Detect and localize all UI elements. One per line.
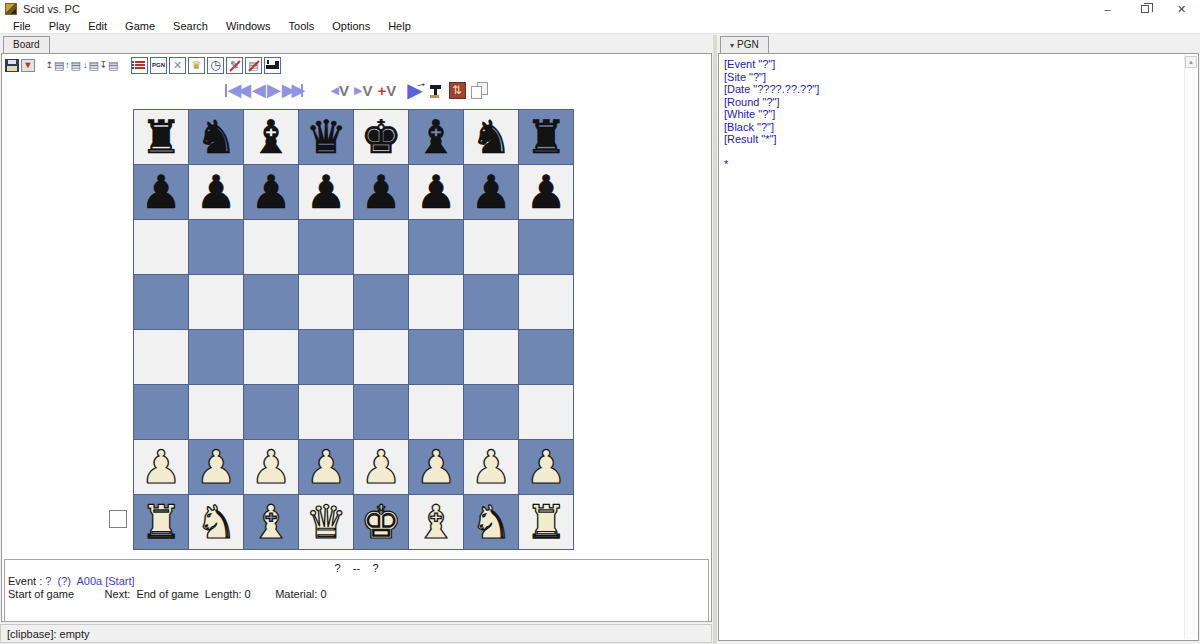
app-icon — [5, 3, 17, 15]
menu-bar: FilePlayEditGameSearchWindowsToolsOption… — [0, 18, 1200, 34]
square-b1[interactable]: ♞ — [189, 495, 243, 549]
back-icon: ◀ — [252, 81, 262, 99]
game-list-icon — [135, 60, 145, 70]
square-g2[interactable]: ♟ — [464, 440, 518, 494]
square-b6[interactable] — [189, 220, 243, 274]
piece-black-pawn-b7: ♟ — [195, 165, 236, 219]
game-info-panel[interactable]: ? -- ? Event : ? (?) A00a [Start] Start … — [4, 559, 709, 622]
collapse-icon: ▾ — [730, 41, 734, 50]
square-d6[interactable] — [299, 220, 353, 274]
square-e8[interactable]: ♚ — [354, 110, 408, 164]
square-g7[interactable]: ♟ — [464, 165, 518, 219]
menu-item-options[interactable]: Options — [323, 19, 379, 33]
pgn-text[interactable]: [Event "?"][Site "?"][Date "????.??.??"]… — [719, 54, 1198, 146]
square-f2[interactable]: ♟ — [409, 440, 463, 494]
square-a5[interactable] — [134, 275, 188, 329]
square-g1[interactable]: ♞ — [464, 495, 518, 549]
first-game-button[interactable]: ↥▤ — [47, 58, 63, 72]
copy-board-button[interactable] — [471, 82, 488, 99]
square-d3[interactable] — [299, 385, 353, 439]
square-h3[interactable] — [519, 385, 573, 439]
square-e4[interactable] — [354, 330, 408, 384]
tab-board[interactable]: Board — [3, 36, 50, 53]
square-c1[interactable]: ♝ — [244, 495, 298, 549]
save-button[interactable] — [5, 57, 19, 73]
square-a7[interactable]: ♟ — [134, 165, 188, 219]
analysis-engine-icon — [266, 60, 279, 71]
autoplay-button[interactable]: ▶→ — [407, 80, 422, 100]
event-label: Event : — [8, 575, 45, 587]
pgn-tag-line: [Black "?"] — [724, 121, 1198, 134]
square-b5[interactable] — [189, 275, 243, 329]
chess-board: ♜♞♝♛♚♝♞♜♟♟♟♟♟♟♟♟♟♟♟♟♟♟♟♟♜♞♝♛♚♝♞♜ — [133, 109, 574, 550]
close-button[interactable]: ✕ — [1163, 0, 1200, 18]
square-e5[interactable] — [354, 275, 408, 329]
exit-variation-button[interactable]: ◀V — [330, 83, 348, 98]
goto-end-button[interactable]: ▶▶ — [282, 81, 304, 99]
square-a3[interactable] — [134, 385, 188, 439]
save-icon — [5, 59, 19, 72]
square-a6[interactable] — [134, 220, 188, 274]
piece-white-pawn-b2: ♟ — [195, 440, 236, 494]
square-f3[interactable] — [409, 385, 463, 439]
pgn-tag-line: [White "?"] — [724, 108, 1198, 121]
square-a2[interactable]: ♟ — [134, 440, 188, 494]
square-f6[interactable] — [409, 220, 463, 274]
side-to-move-indicator — [109, 510, 127, 528]
add-variation-icon: + — [377, 83, 386, 98]
piece-white-knight-b1: ♞ — [195, 495, 236, 549]
pgn-pane-content: [Event "?"][Site "?"][Date "????.??.??"]… — [718, 53, 1199, 641]
pgn-window-icon: PGN — [152, 62, 165, 68]
first-game-icon: ▤ — [54, 59, 64, 72]
square-e3[interactable] — [354, 385, 408, 439]
square-g4[interactable] — [464, 330, 518, 384]
event-link[interactable]: ? (?) A00a [Start] — [45, 575, 134, 587]
piece-white-pawn-g2: ♟ — [470, 440, 511, 494]
square-c8[interactable]: ♝ — [244, 110, 298, 164]
game-detail-line: Start of game Next: End of game Length: … — [5, 587, 708, 600]
pgn-tag-line: [Site "?"] — [724, 71, 1198, 84]
crosstable-icon: ♛ — [192, 59, 202, 72]
piece-black-pawn-f7: ♟ — [415, 165, 456, 219]
square-a8[interactable]: ♜ — [134, 110, 188, 164]
square-b8[interactable]: ♞ — [189, 110, 243, 164]
square-f4[interactable] — [409, 330, 463, 384]
comment-editor-button[interactable]: ✕ — [169, 57, 186, 74]
pgn-tag-line: [Result "*"] — [724, 133, 1198, 146]
menu-item-search[interactable]: Search — [164, 19, 217, 33]
restore-icon — [1141, 5, 1149, 13]
menu-item-game[interactable]: Game — [116, 19, 164, 33]
menu-item-play[interactable]: Play — [40, 19, 79, 33]
forward-icon: ▶ — [267, 81, 277, 99]
square-e7[interactable]: ♟ — [354, 165, 408, 219]
pgn-tag-line: [Event "?"] — [724, 58, 1198, 71]
square-c3[interactable] — [244, 385, 298, 439]
goto-start-button[interactable]: ◀◀ — [225, 81, 247, 99]
square-h1[interactable]: ♜ — [519, 495, 573, 549]
piece-white-pawn-f2: ♟ — [415, 440, 456, 494]
piece-black-pawn-e7: ♟ — [360, 165, 401, 219]
goto-end-icon: ▶▶ — [282, 81, 302, 99]
square-g3[interactable] — [464, 385, 518, 439]
square-a4[interactable] — [134, 330, 188, 384]
square-c4[interactable] — [244, 330, 298, 384]
exit-variation-icon: ◀ — [330, 85, 338, 96]
enter-variation-button[interactable]: ▶V — [354, 83, 372, 98]
crosstable-button[interactable]: ♛ — [188, 57, 205, 74]
piece-black-pawn-a7: ♟ — [140, 165, 181, 219]
square-d4[interactable] — [299, 330, 353, 384]
window-controls: – ✕ — [1089, 0, 1200, 18]
square-h4[interactable] — [519, 330, 573, 384]
annotate-button[interactable]: ✎ — [226, 57, 243, 74]
import-icon: ▼ — [21, 59, 35, 72]
piece-black-pawn-g7: ♟ — [470, 165, 511, 219]
piece-white-pawn-c2: ♟ — [250, 440, 291, 494]
square-b3[interactable] — [189, 385, 243, 439]
square-g6[interactable] — [464, 220, 518, 274]
square-d5[interactable] — [299, 275, 353, 329]
square-f1[interactable]: ♝ — [409, 495, 463, 549]
forward-button[interactable]: ▶ — [267, 81, 277, 99]
engine-clock-button[interactable]: ◷ — [207, 57, 224, 74]
square-h8[interactable]: ♜ — [519, 110, 573, 164]
square-d2[interactable]: ♟ — [299, 440, 353, 494]
board-pane: Board ▼ ↥▤ ↑▤ ↓▤ ↧▤ PGN ✕ ♛ ◷ ✎ ▤ ◀◀ ◀ ▶… — [0, 35, 713, 644]
piece-black-pawn-c7: ♟ — [250, 165, 291, 219]
square-h2[interactable]: ♟ — [519, 440, 573, 494]
square-g5[interactable] — [464, 275, 518, 329]
piece-white-bishop-c1: ♝ — [250, 495, 291, 549]
pgn-tag-line: [Date "????.??.??"] — [724, 83, 1198, 96]
menu-item-edit[interactable]: Edit — [79, 19, 116, 33]
piece-white-queen-d1: ♛ — [305, 495, 346, 549]
piece-black-rook-h8: ♜ — [525, 110, 566, 164]
menu-item-windows[interactable]: Windows — [217, 19, 280, 33]
piece-white-pawn-a2: ♟ — [140, 440, 181, 494]
back-button[interactable]: ◀ — [252, 81, 262, 99]
square-a1[interactable]: ♜ — [134, 495, 188, 549]
piece-black-rook-a8: ♜ — [140, 110, 181, 164]
menu-item-file[interactable]: File — [4, 19, 40, 33]
pgn-pane: ▾PGN [Event "?"][Site "?"][Date "????.??… — [717, 35, 1200, 644]
square-c6[interactable] — [244, 220, 298, 274]
square-h6[interactable] — [519, 220, 573, 274]
square-b2[interactable]: ♟ — [189, 440, 243, 494]
piece-black-bishop-c8: ♝ — [250, 110, 291, 164]
square-e6[interactable] — [354, 220, 408, 274]
square-d7[interactable]: ♟ — [299, 165, 353, 219]
trial-mode-icon — [428, 82, 444, 98]
piece-white-knight-g1: ♞ — [470, 495, 511, 549]
maximize-button[interactable] — [1126, 0, 1163, 18]
square-g8[interactable]: ♞ — [464, 110, 518, 164]
window-title: Scid vs. PC — [23, 3, 80, 15]
toolbar: ▼ ↥▤ ↑▤ ↓▤ ↧▤ PGN ✕ ♛ ◷ ✎ ▤ — [5, 56, 281, 74]
game-navigation: ◀◀ ◀ ▶ ▶▶ ◀V ▶V +V ▶→ ⇅ — [2, 75, 711, 105]
copy-icon — [471, 82, 488, 99]
piece-black-queen-d8: ♛ — [305, 110, 346, 164]
last-game-button[interactable]: ↧▤ — [101, 58, 117, 72]
close-database-button[interactable]: ▼ — [21, 57, 35, 73]
piece-black-king-e8: ♚ — [360, 110, 401, 164]
square-c2[interactable]: ♟ — [244, 440, 298, 494]
tab-pgn[interactable]: ▾PGN — [720, 36, 769, 53]
menu-item-tools[interactable]: Tools — [280, 19, 324, 33]
trial-mode-button[interactable] — [428, 82, 444, 98]
piece-white-rook-a1: ♜ — [140, 495, 181, 549]
next-game-icon: ▤ — [89, 59, 99, 72]
square-d8[interactable]: ♛ — [299, 110, 353, 164]
pgn-tag-line: [Round "?"] — [724, 96, 1198, 109]
engine-clock-icon: ◷ — [210, 58, 220, 72]
square-c5[interactable] — [244, 275, 298, 329]
square-e1[interactable]: ♚ — [354, 495, 408, 549]
flip-board-button[interactable]: ⇅ — [449, 82, 466, 99]
piece-white-pawn-e2: ♟ — [360, 440, 401, 494]
piece-white-king-e1: ♚ — [360, 495, 401, 549]
piece-white-rook-h1: ♜ — [525, 495, 566, 549]
square-d1[interactable]: ♛ — [299, 495, 353, 549]
enter-variation-icon: ▶ — [354, 85, 362, 96]
status-text: [clipbase]: empty — [7, 628, 90, 640]
square-f8[interactable]: ♝ — [409, 110, 463, 164]
piece-black-knight-b8: ♞ — [195, 110, 236, 164]
piece-white-pawn-d2: ♟ — [305, 440, 346, 494]
square-c7[interactable]: ♟ — [244, 165, 298, 219]
previous-game-button[interactable]: ↑▤ — [65, 58, 81, 72]
piece-black-knight-g8: ♞ — [470, 110, 511, 164]
game-list-button[interactable] — [131, 57, 148, 74]
square-b4[interactable] — [189, 330, 243, 384]
pgn-tabstrip: ▾PGN — [717, 35, 1200, 53]
scroll-up-icon[interactable]: ▲ — [1185, 56, 1197, 68]
piece-black-bishop-f8: ♝ — [415, 110, 456, 164]
square-h5[interactable] — [519, 275, 573, 329]
comment-editor-icon: ✕ — [173, 59, 182, 72]
flip-board-icon: ⇅ — [449, 82, 466, 99]
board-tabstrip: Board — [0, 35, 713, 53]
menu-item-help[interactable]: Help — [379, 19, 420, 33]
square-h7[interactable]: ♟ — [519, 165, 573, 219]
minimize-button[interactable]: – — [1089, 0, 1126, 18]
last-game-icon: ▤ — [108, 59, 118, 72]
piece-black-pawn-d7: ♟ — [305, 165, 346, 219]
goto-start-icon: ◀◀ — [227, 81, 247, 99]
piece-white-pawn-h2: ♟ — [525, 440, 566, 494]
square-e2[interactable]: ♟ — [354, 440, 408, 494]
piece-black-pawn-h7: ♟ — [525, 165, 566, 219]
square-f7[interactable]: ♟ — [409, 165, 463, 219]
pgn-result-marker[interactable]: * — [719, 146, 1198, 170]
pgn-scrollbar[interactable]: ▲ — [1184, 55, 1197, 639]
next-game-button[interactable]: ↓▤ — [83, 58, 99, 72]
title-bar: Scid vs. PC – ✕ — [0, 0, 1200, 18]
board-pane-content: ▼ ↥▤ ↑▤ ↓▤ ↧▤ PGN ✕ ♛ ◷ ✎ ▤ ◀◀ ◀ ▶ ▶▶ ◀V… — [1, 53, 712, 622]
filter-button[interactable]: ▤ — [245, 57, 262, 74]
add-variation-button[interactable]: +V — [377, 83, 396, 98]
previous-game-icon: ▤ — [71, 59, 81, 72]
pgn-window-button[interactable]: PGN — [150, 57, 167, 74]
analysis-engine-button[interactable] — [264, 57, 281, 74]
status-bar: [clipbase]: empty — [0, 624, 712, 643]
players-line: ? -- ? — [5, 560, 708, 574]
square-b7[interactable]: ♟ — [189, 165, 243, 219]
square-f5[interactable] — [409, 275, 463, 329]
piece-white-bishop-f1: ♝ — [415, 495, 456, 549]
